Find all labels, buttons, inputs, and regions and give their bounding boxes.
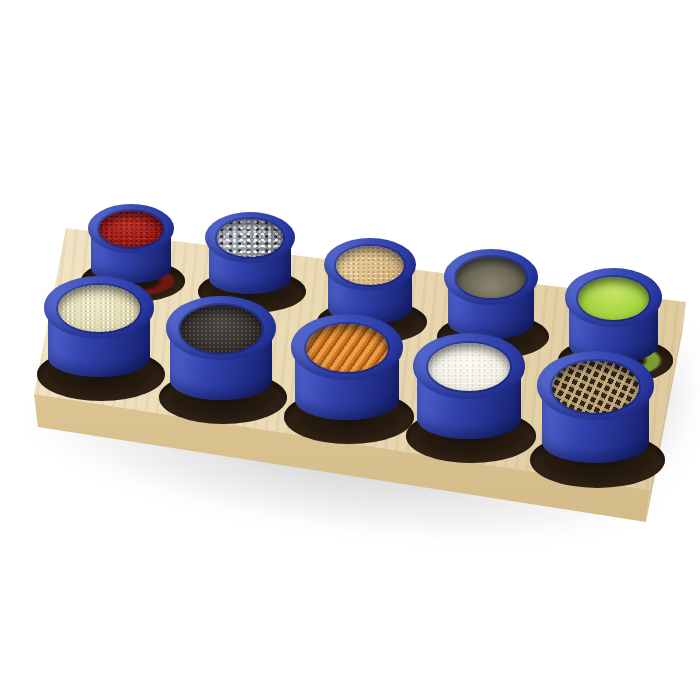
cup-black-sandpaper[interactable] [166, 296, 276, 400]
cup-burlap-mesh[interactable] [537, 351, 654, 463]
texture-metal-gravel [217, 219, 284, 257]
cup-fine-sand[interactable] [324, 238, 416, 324]
texture-smooth-olive [456, 257, 526, 298]
sensory-board-scene [0, 0, 700, 700]
cup-metal-gravel[interactable] [205, 212, 295, 294]
cup-smooth-olive[interactable] [444, 249, 538, 339]
texture-orange-corduroy [306, 324, 389, 373]
cup-orange-corduroy[interactable] [291, 314, 403, 420]
texture-fine-sand [336, 246, 404, 286]
cup-white-fleece[interactable] [413, 333, 525, 439]
texture-white-fleece [428, 343, 511, 392]
texture-red-velvet [99, 211, 163, 247]
texture-burlap-mesh [552, 361, 639, 413]
cups-layer [0, 0, 700, 700]
texture-black-sandpaper [180, 305, 261, 353]
cup-smooth-green[interactable] [565, 268, 662, 363]
texture-cream-sponge [58, 285, 139, 331]
cup-cream-sponge[interactable] [44, 276, 154, 377]
texture-smooth-green [578, 277, 650, 321]
cup-red-velvet[interactable] [88, 204, 174, 283]
